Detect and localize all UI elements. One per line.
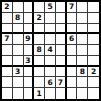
cell-r8c4[interactable] — [34, 77, 45, 88]
cell-r3c7[interactable] — [67, 24, 78, 35]
cell-r9c9[interactable] — [88, 88, 99, 99]
cell-r4c7[interactable]: 6 — [67, 34, 78, 45]
cell-r9c2[interactable] — [13, 88, 24, 99]
cell-r3c2[interactable] — [13, 24, 24, 35]
cell-r6c7[interactable] — [67, 56, 78, 67]
cell-r7c4[interactable] — [34, 67, 45, 78]
sudoku-board: 25782796843382671 — [0, 0, 101, 101]
cell-r1c7[interactable]: 7 — [67, 2, 78, 13]
cell-r5c6[interactable] — [56, 45, 67, 56]
cell-r8c1[interactable] — [2, 77, 13, 88]
cell-r6c8[interactable] — [77, 56, 88, 67]
cell-r8c5[interactable]: 6 — [45, 77, 56, 88]
cell-r4c6[interactable] — [56, 34, 67, 45]
cell-r3c1[interactable] — [2, 24, 13, 35]
cell-r5c8[interactable] — [77, 45, 88, 56]
cell-r4c1[interactable]: 7 — [2, 34, 13, 45]
cell-r7c6[interactable] — [56, 67, 67, 78]
cell-r5c9[interactable] — [88, 45, 99, 56]
cell-r1c1[interactable]: 2 — [2, 2, 13, 13]
cell-r2c4[interactable]: 2 — [34, 13, 45, 24]
cell-r1c3[interactable] — [24, 2, 35, 13]
cell-r2c9[interactable] — [88, 13, 99, 24]
cell-r5c5[interactable]: 4 — [45, 45, 56, 56]
cell-r5c3[interactable] — [24, 45, 35, 56]
cell-r1c6[interactable] — [56, 2, 67, 13]
cell-r2c8[interactable] — [77, 13, 88, 24]
cell-r2c1[interactable] — [2, 13, 13, 24]
cell-r2c3[interactable] — [24, 13, 35, 24]
cell-r2c5[interactable] — [45, 13, 56, 24]
cell-r6c3[interactable]: 3 — [24, 56, 35, 67]
cell-r3c4[interactable] — [34, 24, 45, 35]
cell-r4c8[interactable] — [77, 34, 88, 45]
cell-r8c3[interactable] — [24, 77, 35, 88]
cell-r7c8[interactable]: 8 — [77, 67, 88, 78]
cell-r7c5[interactable] — [45, 67, 56, 78]
cell-r7c3[interactable] — [24, 67, 35, 78]
cell-r6c1[interactable] — [2, 56, 13, 67]
cell-r9c4[interactable]: 1 — [34, 88, 45, 99]
cell-r3c6[interactable] — [56, 24, 67, 35]
cell-r5c7[interactable] — [67, 45, 78, 56]
cell-r1c2[interactable] — [13, 2, 24, 13]
cell-r6c2[interactable] — [13, 56, 24, 67]
cell-r8c2[interactable] — [13, 77, 24, 88]
cell-r3c3[interactable] — [24, 24, 35, 35]
cell-r6c9[interactable] — [88, 56, 99, 67]
cell-r4c5[interactable] — [45, 34, 56, 45]
cell-r3c8[interactable] — [77, 24, 88, 35]
cell-r5c1[interactable] — [2, 45, 13, 56]
cell-r8c9[interactable] — [88, 77, 99, 88]
cell-r2c6[interactable] — [56, 13, 67, 24]
cell-r7c7[interactable] — [67, 67, 78, 78]
cell-r8c7[interactable] — [67, 77, 78, 88]
cell-r1c4[interactable] — [34, 2, 45, 13]
cell-r4c9[interactable] — [88, 34, 99, 45]
cell-r1c8[interactable] — [77, 2, 88, 13]
cell-r3c5[interactable] — [45, 24, 56, 35]
cell-r5c4[interactable]: 8 — [34, 45, 45, 56]
cell-r1c5[interactable]: 5 — [45, 2, 56, 13]
cell-r9c3[interactable] — [24, 88, 35, 99]
cell-r3c9[interactable] — [88, 24, 99, 35]
cell-r9c1[interactable] — [2, 88, 13, 99]
cell-r4c2[interactable] — [13, 34, 24, 45]
cell-r7c2[interactable]: 3 — [13, 67, 24, 78]
cell-r9c7[interactable] — [67, 88, 78, 99]
cell-r5c2[interactable] — [13, 45, 24, 56]
cell-r4c4[interactable] — [34, 34, 45, 45]
cell-r9c8[interactable] — [77, 88, 88, 99]
cell-r2c7[interactable] — [67, 13, 78, 24]
cell-r9c5[interactable] — [45, 88, 56, 99]
cell-r9c6[interactable] — [56, 88, 67, 99]
cell-r8c6[interactable]: 7 — [56, 77, 67, 88]
cell-r6c5[interactable] — [45, 56, 56, 67]
cell-r6c4[interactable] — [34, 56, 45, 67]
cell-r4c3[interactable]: 9 — [24, 34, 35, 45]
cell-r2c2[interactable]: 8 — [13, 13, 24, 24]
cell-r1c9[interactable] — [88, 2, 99, 13]
cell-r8c8[interactable] — [77, 77, 88, 88]
cell-r7c1[interactable] — [2, 67, 13, 78]
cell-r6c6[interactable] — [56, 56, 67, 67]
cell-r7c9[interactable]: 2 — [88, 67, 99, 78]
